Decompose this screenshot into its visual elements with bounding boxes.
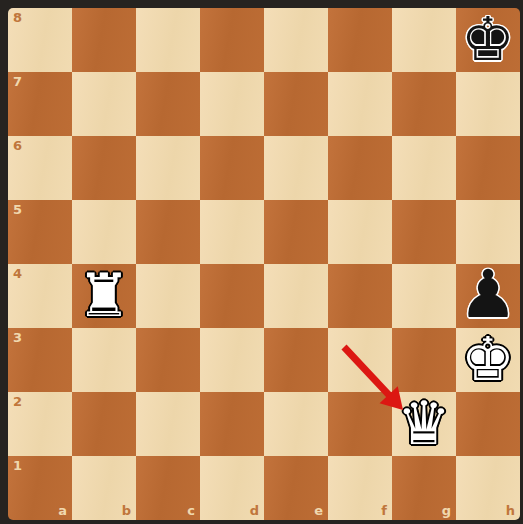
piece-black-king[interactable]: ♚ bbox=[461, 8, 515, 71]
square-a5[interactable]: 5 bbox=[8, 200, 72, 264]
square-d1[interactable]: d bbox=[200, 456, 264, 520]
square-g1[interactable]: g bbox=[392, 456, 456, 520]
square-b2[interactable] bbox=[72, 392, 136, 456]
board-grid: 8♚7654♜♟3♚2♛1abcdefgh bbox=[8, 8, 520, 520]
rank-label-5: 5 bbox=[13, 203, 22, 216]
square-g7[interactable] bbox=[392, 72, 456, 136]
square-a2[interactable]: 2 bbox=[8, 392, 72, 456]
square-h3[interactable]: ♚ bbox=[456, 328, 520, 392]
square-a1[interactable]: 1a bbox=[8, 456, 72, 520]
square-f1[interactable]: f bbox=[328, 456, 392, 520]
square-b4[interactable]: ♜ bbox=[72, 264, 136, 328]
square-g5[interactable] bbox=[392, 200, 456, 264]
rank-label-7: 7 bbox=[13, 75, 22, 88]
square-b5[interactable] bbox=[72, 200, 136, 264]
square-d6[interactable] bbox=[200, 136, 264, 200]
square-g2[interactable]: ♛ bbox=[392, 392, 456, 456]
piece-white-king[interactable]: ♚ bbox=[461, 327, 515, 391]
file-label-f: f bbox=[381, 504, 387, 517]
square-b8[interactable] bbox=[72, 8, 136, 72]
square-e6[interactable] bbox=[264, 136, 328, 200]
square-c1[interactable]: c bbox=[136, 456, 200, 520]
file-label-e: e bbox=[314, 504, 323, 517]
piece-white-queen[interactable]: ♛ bbox=[397, 391, 451, 455]
square-a8[interactable]: 8 bbox=[8, 8, 72, 72]
square-h1[interactable]: h bbox=[456, 456, 520, 520]
square-b1[interactable]: b bbox=[72, 456, 136, 520]
square-g4[interactable] bbox=[392, 264, 456, 328]
square-c3[interactable] bbox=[136, 328, 200, 392]
rank-label-2: 2 bbox=[13, 395, 22, 408]
square-e1[interactable]: e bbox=[264, 456, 328, 520]
square-h4[interactable]: ♟ bbox=[456, 264, 520, 328]
square-a6[interactable]: 6 bbox=[8, 136, 72, 200]
square-e7[interactable] bbox=[264, 72, 328, 136]
square-c7[interactable] bbox=[136, 72, 200, 136]
square-a7[interactable]: 7 bbox=[8, 72, 72, 136]
square-e8[interactable] bbox=[264, 8, 328, 72]
square-e5[interactable] bbox=[264, 200, 328, 264]
square-b6[interactable] bbox=[72, 136, 136, 200]
square-f2[interactable] bbox=[328, 392, 392, 456]
rank-label-4: 4 bbox=[13, 267, 22, 280]
square-d7[interactable] bbox=[200, 72, 264, 136]
square-d2[interactable] bbox=[200, 392, 264, 456]
square-b7[interactable] bbox=[72, 72, 136, 136]
file-label-b: b bbox=[122, 504, 131, 517]
square-f8[interactable] bbox=[328, 8, 392, 72]
square-h5[interactable] bbox=[456, 200, 520, 264]
square-c5[interactable] bbox=[136, 200, 200, 264]
rank-label-3: 3 bbox=[13, 331, 22, 344]
piece-black-pawn[interactable]: ♟ bbox=[458, 263, 517, 327]
square-h2[interactable] bbox=[456, 392, 520, 456]
square-c8[interactable] bbox=[136, 8, 200, 72]
square-e4[interactable] bbox=[264, 264, 328, 328]
chess-board: 8♚7654♜♟3♚2♛1abcdefgh bbox=[8, 8, 520, 520]
square-h6[interactable] bbox=[456, 136, 520, 200]
square-c4[interactable] bbox=[136, 264, 200, 328]
square-g8[interactable] bbox=[392, 8, 456, 72]
file-label-c: c bbox=[187, 504, 195, 517]
square-c2[interactable] bbox=[136, 392, 200, 456]
square-d4[interactable] bbox=[200, 264, 264, 328]
square-e3[interactable] bbox=[264, 328, 328, 392]
square-h7[interactable] bbox=[456, 72, 520, 136]
square-b3[interactable] bbox=[72, 328, 136, 392]
file-label-h: h bbox=[506, 504, 515, 517]
square-f4[interactable] bbox=[328, 264, 392, 328]
square-d8[interactable] bbox=[200, 8, 264, 72]
square-f7[interactable] bbox=[328, 72, 392, 136]
square-a4[interactable]: 4 bbox=[8, 264, 72, 328]
rank-label-1: 1 bbox=[13, 459, 22, 472]
square-h8[interactable]: ♚ bbox=[456, 8, 520, 72]
square-d5[interactable] bbox=[200, 200, 264, 264]
square-c6[interactable] bbox=[136, 136, 200, 200]
square-f3[interactable] bbox=[328, 328, 392, 392]
square-f5[interactable] bbox=[328, 200, 392, 264]
square-d3[interactable] bbox=[200, 328, 264, 392]
file-label-d: d bbox=[250, 504, 259, 517]
square-g3[interactable] bbox=[392, 328, 456, 392]
square-e2[interactable] bbox=[264, 392, 328, 456]
file-label-g: g bbox=[442, 504, 451, 517]
rank-label-8: 8 bbox=[13, 11, 22, 24]
file-label-a: a bbox=[58, 504, 67, 517]
square-g6[interactable] bbox=[392, 136, 456, 200]
square-f6[interactable] bbox=[328, 136, 392, 200]
piece-white-rook[interactable]: ♜ bbox=[77, 263, 131, 327]
square-a3[interactable]: 3 bbox=[8, 328, 72, 392]
rank-label-6: 6 bbox=[13, 139, 22, 152]
